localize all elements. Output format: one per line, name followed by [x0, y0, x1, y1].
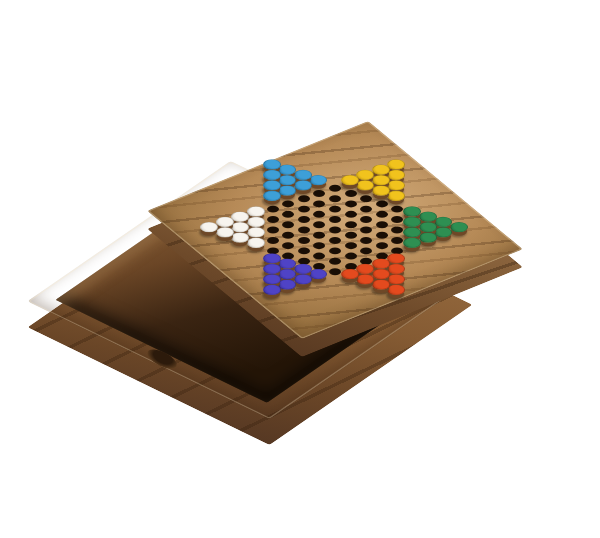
star-grid	[200, 152, 470, 309]
peg-green[interactable]	[434, 227, 452, 237]
peg-yellow[interactable]	[356, 170, 374, 180]
peg-red[interactable]	[387, 285, 405, 295]
peg-green[interactable]	[403, 217, 421, 227]
board-hole[interactable]	[345, 253, 357, 260]
board-hole[interactable]	[360, 227, 372, 234]
peg-white[interactable]	[231, 211, 249, 221]
peg-red[interactable]	[372, 269, 390, 279]
peg-white[interactable]	[216, 217, 234, 227]
board-hole[interactable]	[329, 195, 341, 202]
peg-blue[interactable]	[278, 185, 296, 195]
peg-white[interactable]	[247, 217, 265, 227]
peg-red[interactable]	[356, 274, 374, 284]
peg-yellow[interactable]	[387, 180, 405, 190]
board-hole[interactable]	[391, 237, 403, 244]
peg-blue[interactable]	[294, 170, 312, 180]
board-hole[interactable]	[360, 206, 372, 213]
peg-green[interactable]	[403, 238, 421, 248]
board-hole[interactable]	[376, 221, 388, 228]
peg-green[interactable]	[419, 222, 437, 232]
board-hole[interactable]	[360, 237, 372, 244]
peg-blue[interactable]	[263, 159, 281, 169]
peg-white[interactable]	[231, 232, 249, 242]
board-hole[interactable]	[391, 216, 403, 223]
peg-green[interactable]	[403, 206, 421, 216]
board-hole[interactable]	[329, 227, 341, 234]
board-hole[interactable]	[313, 190, 325, 197]
board-hole[interactable]	[376, 200, 388, 207]
peg-green[interactable]	[403, 227, 421, 237]
peg-yellow[interactable]	[387, 170, 405, 180]
peg-green[interactable]	[419, 232, 437, 242]
board-hole[interactable]	[360, 247, 372, 254]
peg-purple[interactable]	[263, 253, 281, 263]
board-hole[interactable]	[298, 247, 310, 254]
peg-purple[interactable]	[263, 264, 281, 274]
board-hole[interactable]	[391, 206, 403, 213]
peg-yellow[interactable]	[341, 175, 359, 185]
peg-red[interactable]	[387, 264, 405, 274]
peg-red[interactable]	[387, 274, 405, 284]
peg-purple[interactable]	[309, 269, 327, 279]
board-hole[interactable]	[282, 211, 294, 218]
peg-purple[interactable]	[263, 285, 281, 295]
peg-red[interactable]	[387, 253, 405, 263]
board-hole[interactable]	[329, 247, 341, 254]
peg-purple[interactable]	[263, 274, 281, 284]
board-hole[interactable]	[313, 242, 325, 249]
board-hole[interactable]	[345, 221, 357, 228]
board-hole[interactable]	[313, 200, 325, 207]
peg-purple[interactable]	[278, 269, 296, 279]
peg-green[interactable]	[434, 217, 452, 227]
peg-purple[interactable]	[294, 274, 312, 284]
board-hole[interactable]	[313, 232, 325, 239]
peg-yellow[interactable]	[372, 175, 390, 185]
board-hole[interactable]	[298, 216, 310, 223]
peg-yellow[interactable]	[387, 159, 405, 169]
board-hole[interactable]	[267, 237, 279, 244]
peg-purple[interactable]	[294, 264, 312, 274]
peg-blue[interactable]	[309, 175, 327, 185]
board-hole[interactable]	[329, 268, 341, 275]
game-board	[147, 121, 523, 339]
board-hole[interactable]	[345, 190, 357, 197]
board-hole[interactable]	[329, 237, 341, 244]
peg-blue[interactable]	[263, 170, 281, 180]
board-hole[interactable]	[360, 216, 372, 223]
peg-red[interactable]	[356, 264, 374, 274]
peg-green[interactable]	[450, 222, 468, 232]
board-hole[interactable]	[345, 211, 357, 218]
peg-purple[interactable]	[278, 279, 296, 289]
peg-white[interactable]	[200, 222, 218, 232]
board-hole[interactable]	[298, 206, 310, 213]
scene	[0, 0, 600, 538]
board-hole[interactable]	[282, 221, 294, 228]
peg-green[interactable]	[419, 211, 437, 221]
board-hole[interactable]	[329, 216, 341, 223]
peg-blue[interactable]	[278, 175, 296, 185]
peg-purple[interactable]	[278, 258, 296, 268]
peg-red[interactable]	[372, 258, 390, 268]
board-hole[interactable]	[376, 211, 388, 218]
board-hole[interactable]	[376, 242, 388, 249]
board-hole[interactable]	[376, 232, 388, 239]
peg-yellow[interactable]	[372, 185, 390, 195]
board-hole[interactable]	[329, 185, 341, 192]
board-hole[interactable]	[329, 258, 341, 265]
board-hole[interactable]	[282, 242, 294, 249]
peg-white[interactable]	[231, 222, 249, 232]
peg-blue[interactable]	[263, 191, 281, 201]
peg-red[interactable]	[372, 279, 390, 289]
peg-yellow[interactable]	[387, 191, 405, 201]
peg-blue[interactable]	[263, 180, 281, 190]
peg-white[interactable]	[216, 227, 234, 237]
board-hole[interactable]	[267, 216, 279, 223]
board-hole[interactable]	[282, 232, 294, 239]
board-hole[interactable]	[391, 227, 403, 234]
board-hole[interactable]	[298, 237, 310, 244]
board-hole[interactable]	[313, 211, 325, 218]
board-hole[interactable]	[298, 195, 310, 202]
board-hole[interactable]	[345, 200, 357, 207]
board-hole[interactable]	[313, 253, 325, 260]
peg-white[interactable]	[247, 227, 265, 237]
board-hole[interactable]	[313, 221, 325, 228]
peg-yellow[interactable]	[356, 180, 374, 190]
peg-red[interactable]	[341, 269, 359, 279]
board-hole[interactable]	[345, 232, 357, 239]
peg-white[interactable]	[247, 206, 265, 216]
peg-blue[interactable]	[294, 180, 312, 190]
peg-blue[interactable]	[278, 164, 296, 174]
board-hole[interactable]	[282, 200, 294, 207]
board-hole[interactable]	[267, 227, 279, 234]
board-hole[interactable]	[298, 227, 310, 234]
board-hole[interactable]	[345, 242, 357, 249]
board-hole[interactable]	[267, 206, 279, 213]
board-hole[interactable]	[360, 195, 372, 202]
peg-white[interactable]	[247, 238, 265, 248]
board-hole[interactable]	[329, 206, 341, 213]
peg-yellow[interactable]	[372, 164, 390, 174]
